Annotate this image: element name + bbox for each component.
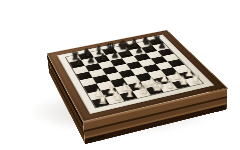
piece-black-pawn: ♟ xyxy=(74,57,83,67)
piece-white-king: ♚ xyxy=(150,79,163,94)
piece-white-knight: ♞ xyxy=(177,75,189,88)
piece-white-rook: ♜ xyxy=(190,73,201,85)
piece-black-pawn: ♟ xyxy=(111,50,120,60)
piece-white-rook: ♜ xyxy=(97,94,108,106)
piece-black-pawn: ♟ xyxy=(87,55,96,65)
piece-white-queen: ♛ xyxy=(137,82,150,96)
piece-black-pawn: ♟ xyxy=(123,47,132,57)
square-f4 xyxy=(143,64,160,72)
chess-board: ♜♞♝♛♚♝♞♜♟♟♟♟♟♟♟♟♟♟♟♟♟♟♟♟♜♞♝♛♚♝♞♜ xyxy=(66,39,203,108)
box-foot-left xyxy=(88,135,105,144)
square-a1: ♜ xyxy=(92,97,110,107)
box-foot-right xyxy=(209,106,223,114)
scene-perspective: ♜♞♝♛♚♝♞♜♟♟♟♟♟♟♟♟♟♟♟♟♟♟♟♟♜♞♝♛♚♝♞♜ xyxy=(0,0,240,150)
scene-tilt: ♜♞♝♛♚♝♞♜♟♟♟♟♟♟♟♟♟♟♟♟♟♟♟♟♜♞♝♛♚♝♞♜ xyxy=(0,0,240,150)
brand-emblem xyxy=(49,63,51,70)
chess-box: ♜♞♝♛♚♝♞♜♟♟♟♟♟♟♟♟♟♟♟♟♟♟♟♟♜♞♝♛♚♝♞♜ xyxy=(47,30,228,122)
piece-black-pawn: ♟ xyxy=(135,45,144,54)
square-a7: ♟ xyxy=(69,60,85,68)
piece-black-pawn: ♟ xyxy=(99,52,108,62)
piece-white-bishop: ♝ xyxy=(124,86,136,100)
piece-black-pawn: ♟ xyxy=(147,43,156,52)
piece-white-knight: ♞ xyxy=(110,89,122,102)
product-photo-chess-set: ♜♞♝♛♚♝♞♜♟♟♟♟♟♟♟♟♟♟♟♟♟♟♟♟♜♞♝♛♚♝♞♜ xyxy=(0,0,240,150)
piece-white-bishop: ♝ xyxy=(164,77,176,90)
piece-black-pawn: ♟ xyxy=(158,40,166,49)
